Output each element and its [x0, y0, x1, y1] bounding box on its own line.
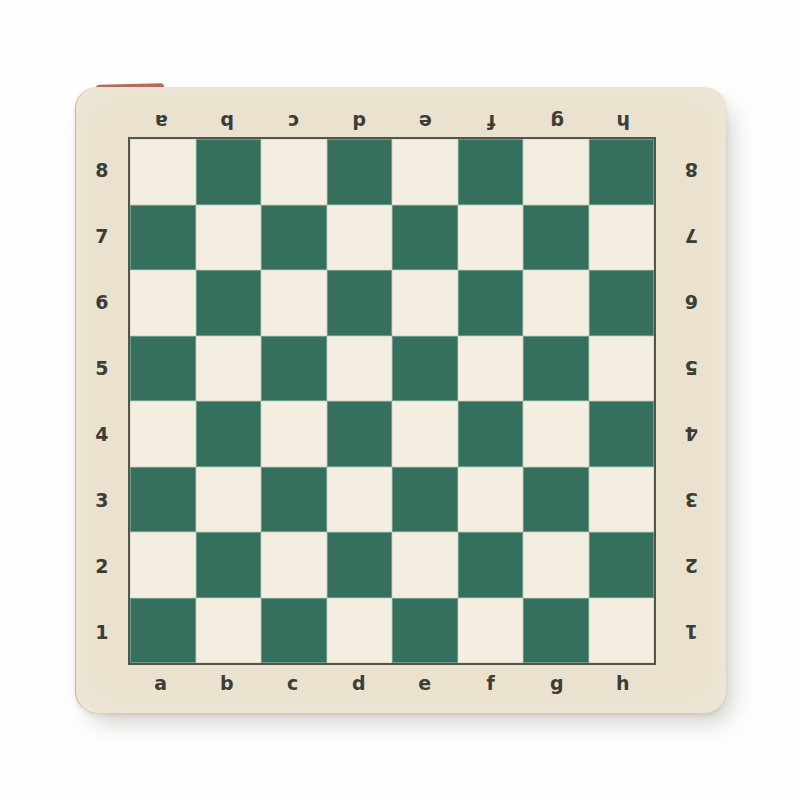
square-h1[interactable]: [589, 598, 655, 664]
square-f2[interactable]: [458, 532, 524, 598]
rank-label-right-2: 2: [656, 533, 726, 599]
square-g2[interactable]: [523, 532, 589, 598]
file-label-top-e: e: [392, 87, 458, 137]
square-c1[interactable]: [261, 598, 327, 664]
rank-label-right-3: 3: [656, 467, 726, 533]
square-c3[interactable]: [261, 467, 327, 533]
square-b8[interactable]: [196, 139, 262, 205]
square-e1[interactable]: [392, 598, 458, 664]
file-label-top-c: c: [260, 87, 326, 137]
square-g5[interactable]: [523, 336, 589, 402]
rank-label-left-6: 6: [76, 269, 128, 335]
square-c6[interactable]: [261, 270, 327, 336]
rank-label-left-1: 1: [76, 599, 128, 665]
square-f1[interactable]: [458, 598, 524, 664]
square-b2[interactable]: [196, 532, 262, 598]
square-c4[interactable]: [261, 401, 327, 467]
square-c8[interactable]: [261, 139, 327, 205]
square-b3[interactable]: [196, 467, 262, 533]
square-d6[interactable]: [327, 270, 393, 336]
rank-label-right-8: 8: [656, 137, 726, 203]
rank-label-left-7: 7: [76, 203, 128, 269]
square-e2[interactable]: [392, 532, 458, 598]
square-c7[interactable]: [261, 205, 327, 271]
file-label-top-d: d: [326, 87, 392, 137]
square-d5[interactable]: [327, 336, 393, 402]
square-f4[interactable]: [458, 401, 524, 467]
rank-labels-right: 87654321: [656, 137, 726, 665]
square-b4[interactable]: [196, 401, 262, 467]
square-h6[interactable]: [589, 270, 655, 336]
square-b1[interactable]: [196, 598, 262, 664]
rank-label-left-2: 2: [76, 533, 128, 599]
square-b5[interactable]: [196, 336, 262, 402]
square-d1[interactable]: [327, 598, 393, 664]
square-h4[interactable]: [589, 401, 655, 467]
square-a1[interactable]: [130, 598, 196, 664]
file-label-bottom-g: g: [524, 665, 590, 713]
square-e6[interactable]: [392, 270, 458, 336]
rank-label-right-6: 6: [656, 269, 726, 335]
file-label-top-h: h: [590, 87, 656, 137]
square-a7[interactable]: [130, 205, 196, 271]
file-label-bottom-b: b: [194, 665, 260, 713]
rank-labels-left: 87654321: [76, 137, 128, 665]
square-d4[interactable]: [327, 401, 393, 467]
file-label-bottom-c: c: [260, 665, 326, 713]
file-label-top-g: g: [524, 87, 590, 137]
rank-label-left-5: 5: [76, 335, 128, 401]
rank-label-right-7: 7: [656, 203, 726, 269]
square-c2[interactable]: [261, 532, 327, 598]
file-labels-top: abcdefgh: [128, 87, 656, 137]
square-h7[interactable]: [589, 205, 655, 271]
file-labels-bottom: abcdefgh: [128, 665, 656, 713]
square-f3[interactable]: [458, 467, 524, 533]
square-g7[interactable]: [523, 205, 589, 271]
rank-label-right-5: 5: [656, 335, 726, 401]
square-a4[interactable]: [130, 401, 196, 467]
square-b6[interactable]: [196, 270, 262, 336]
square-h3[interactable]: [589, 467, 655, 533]
file-label-bottom-f: f: [458, 665, 524, 713]
square-a6[interactable]: [130, 270, 196, 336]
square-g3[interactable]: [523, 467, 589, 533]
chessboard-mat: abcdefgh 87654321 87654321 abcdefgh: [75, 87, 726, 713]
rank-label-left-3: 3: [76, 467, 128, 533]
rank-label-right-4: 4: [656, 401, 726, 467]
square-h5[interactable]: [589, 336, 655, 402]
square-e8[interactable]: [392, 139, 458, 205]
square-h2[interactable]: [589, 532, 655, 598]
square-f5[interactable]: [458, 336, 524, 402]
square-h8[interactable]: [589, 139, 655, 205]
square-g8[interactable]: [523, 139, 589, 205]
square-f8[interactable]: [458, 139, 524, 205]
square-g4[interactable]: [523, 401, 589, 467]
board: [128, 137, 656, 665]
file-label-bottom-e: e: [392, 665, 458, 713]
square-a5[interactable]: [130, 336, 196, 402]
square-b7[interactable]: [196, 205, 262, 271]
square-d3[interactable]: [327, 467, 393, 533]
square-a8[interactable]: [130, 139, 196, 205]
file-label-bottom-h: h: [590, 665, 656, 713]
file-label-top-b: b: [194, 87, 260, 137]
file-label-top-f: f: [458, 87, 524, 137]
file-label-bottom-a: a: [128, 665, 194, 713]
rank-label-left-4: 4: [76, 401, 128, 467]
file-label-top-a: a: [128, 87, 194, 137]
file-label-bottom-d: d: [326, 665, 392, 713]
square-g6[interactable]: [523, 270, 589, 336]
photo-stage: abcdefgh 87654321 87654321 abcdefgh: [0, 0, 800, 800]
rank-label-left-8: 8: [76, 137, 128, 203]
square-e7[interactable]: [392, 205, 458, 271]
square-e4[interactable]: [392, 401, 458, 467]
square-a3[interactable]: [130, 467, 196, 533]
square-e3[interactable]: [392, 467, 458, 533]
rank-label-right-1: 1: [656, 599, 726, 665]
square-d7[interactable]: [327, 205, 393, 271]
square-d8[interactable]: [327, 139, 393, 205]
square-e5[interactable]: [392, 336, 458, 402]
square-c5[interactable]: [261, 336, 327, 402]
square-f7[interactable]: [458, 205, 524, 271]
square-g1[interactable]: [523, 598, 589, 664]
square-a2[interactable]: [130, 532, 196, 598]
square-d2[interactable]: [327, 532, 393, 598]
square-f6[interactable]: [458, 270, 524, 336]
